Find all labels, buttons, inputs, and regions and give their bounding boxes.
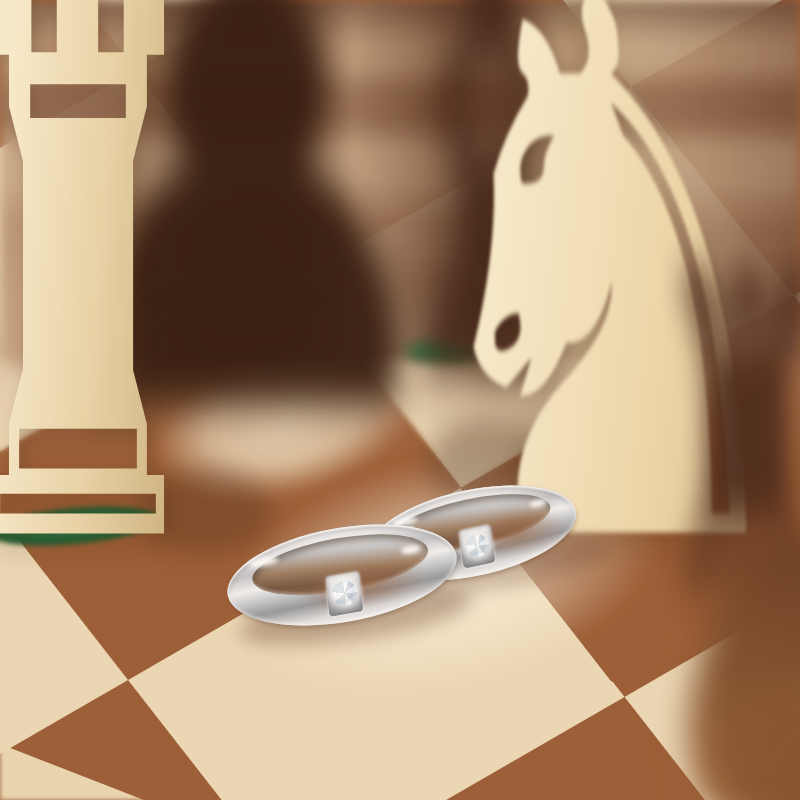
photo-canvas: ♟ ♝ ♜ ♞ ♜ (0, 0, 800, 800)
mid-depth-blur-veil (0, 290, 800, 500)
dark-pawn-felt (138, 280, 338, 318)
dark-bishop-felt (405, 342, 480, 362)
white-rook-shadow (138, 468, 273, 553)
